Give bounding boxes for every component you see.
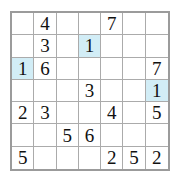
cell-r4-c2[interactable] bbox=[34, 80, 56, 102]
cell-r1-c7[interactable] bbox=[146, 13, 168, 35]
cell-r7-c6[interactable]: 5 bbox=[123, 147, 145, 169]
puzzle-board: 4731167312345565252 bbox=[10, 11, 170, 171]
cell-r7-c1[interactable]: 5 bbox=[12, 147, 34, 169]
cell-r7-c4[interactable] bbox=[79, 147, 101, 169]
cell-r1-c6[interactable] bbox=[123, 13, 145, 35]
cell-r6-c5[interactable] bbox=[101, 124, 123, 146]
cell-r6-c4[interactable]: 6 bbox=[79, 124, 101, 146]
cell-r6-c3[interactable]: 5 bbox=[57, 124, 79, 146]
cell-r1-c3[interactable] bbox=[57, 13, 79, 35]
cell-r3-c6[interactable] bbox=[123, 58, 145, 80]
cell-r4-c4[interactable]: 3 bbox=[79, 80, 101, 102]
cell-r2-c7[interactable] bbox=[146, 35, 168, 57]
cell-r7-c2[interactable] bbox=[34, 147, 56, 169]
cell-r4-c1[interactable] bbox=[12, 80, 34, 102]
cell-r7-c7[interactable]: 2 bbox=[146, 147, 168, 169]
cell-r3-c1[interactable]: 1 bbox=[12, 58, 34, 80]
cell-r2-c3[interactable] bbox=[57, 35, 79, 57]
cell-r3-c3[interactable] bbox=[57, 58, 79, 80]
cell-r2-c4[interactable]: 1 bbox=[79, 35, 101, 57]
cell-r5-c5[interactable]: 4 bbox=[101, 102, 123, 124]
cell-r1-c5[interactable]: 7 bbox=[101, 13, 123, 35]
cell-r2-c5[interactable] bbox=[101, 35, 123, 57]
cell-r6-c6[interactable] bbox=[123, 124, 145, 146]
cell-r2-c1[interactable] bbox=[12, 35, 34, 57]
cell-r4-c6[interactable] bbox=[123, 80, 145, 102]
cell-r1-c2[interactable]: 4 bbox=[34, 13, 56, 35]
cell-r4-c3[interactable] bbox=[57, 80, 79, 102]
cell-r1-c4[interactable] bbox=[79, 13, 101, 35]
cell-r5-c6[interactable] bbox=[123, 102, 145, 124]
cell-r3-c5[interactable] bbox=[101, 58, 123, 80]
cell-r6-c2[interactable] bbox=[34, 124, 56, 146]
cell-r4-c7[interactable]: 1 bbox=[146, 80, 168, 102]
cell-r5-c2[interactable]: 3 bbox=[34, 102, 56, 124]
cell-r5-c4[interactable] bbox=[79, 102, 101, 124]
cell-r7-c3[interactable] bbox=[57, 147, 79, 169]
cell-r2-c6[interactable] bbox=[123, 35, 145, 57]
cell-r1-c1[interactable] bbox=[12, 13, 34, 35]
cell-r6-c7[interactable] bbox=[146, 124, 168, 146]
cell-r6-c1[interactable] bbox=[12, 124, 34, 146]
cell-r5-c1[interactable]: 2 bbox=[12, 102, 34, 124]
cell-r7-c5[interactable]: 2 bbox=[101, 147, 123, 169]
cell-r5-c7[interactable]: 5 bbox=[146, 102, 168, 124]
cell-r2-c2[interactable]: 3 bbox=[34, 35, 56, 57]
cell-r3-c4[interactable] bbox=[79, 58, 101, 80]
cell-r3-c7[interactable]: 7 bbox=[146, 58, 168, 80]
cell-r3-c2[interactable]: 6 bbox=[34, 58, 56, 80]
cell-r4-c5[interactable] bbox=[101, 80, 123, 102]
cell-r5-c3[interactable] bbox=[57, 102, 79, 124]
